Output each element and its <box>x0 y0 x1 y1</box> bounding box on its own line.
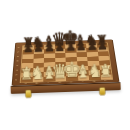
square-f7: ♟ <box>76 48 87 53</box>
piece-black-pawn-b7: ♟ <box>33 42 44 54</box>
square-e7: ♟ <box>65 48 76 53</box>
rank-label-1: 1 <box>13 77 19 82</box>
piece-black-pawn-h7: ♟ <box>97 39 108 51</box>
chess-board: ♜♞♝♛♚♝♞♜♟♟♟♟♟♟♟♟♟♟♟♟♟♟♟♟♜♞♝♛♚♝♞♜ abcdefg… <box>12 39 120 85</box>
piece-white-rook-h1: ♜ <box>99 64 113 79</box>
folding-chess-set: ♜♞♝♛♚♝♞♜♟♟♟♟♟♟♟♟♟♟♟♟♟♟♟♟♜♞♝♛♚♝♞♜ abcdefg… <box>10 35 120 103</box>
board-perspective-wrap: ♜♞♝♛♚♝♞♜♟♟♟♟♟♟♟♟♟♟♟♟♟♟♟♟♜♞♝♛♚♝♞♜ abcdefg… <box>10 35 120 87</box>
piece-black-pawn-d7: ♟ <box>54 41 65 53</box>
board-frame: ♜♞♝♛♚♝♞♜♟♟♟♟♟♟♟♟♟♟♟♟♟♟♟♟♜♞♝♛♚♝♞♜ abcdefg… <box>12 39 120 85</box>
square-b7: ♟ <box>33 49 44 54</box>
piece-black-pawn-f7: ♟ <box>76 40 87 52</box>
board-grid: ♜♞♝♛♚♝♞♜♟♟♟♟♟♟♟♟♟♟♟♟♟♟♟♟♜♞♝♛♚♝♞♜ <box>20 43 113 83</box>
square-c7: ♟ <box>44 49 55 54</box>
square-d7: ♟ <box>55 49 66 54</box>
brass-clasp-right <box>100 88 105 95</box>
chess-set-photo: ♜♞♝♛♚♝♞♜♟♟♟♟♟♟♟♟♟♟♟♟♟♟♟♟♜♞♝♛♚♝♞♜ abcdefg… <box>0 0 130 130</box>
square-a7: ♟ <box>23 50 34 55</box>
square-g7: ♟ <box>86 47 97 52</box>
square-h7: ♟ <box>97 47 108 52</box>
brass-clasp-left <box>26 90 31 97</box>
